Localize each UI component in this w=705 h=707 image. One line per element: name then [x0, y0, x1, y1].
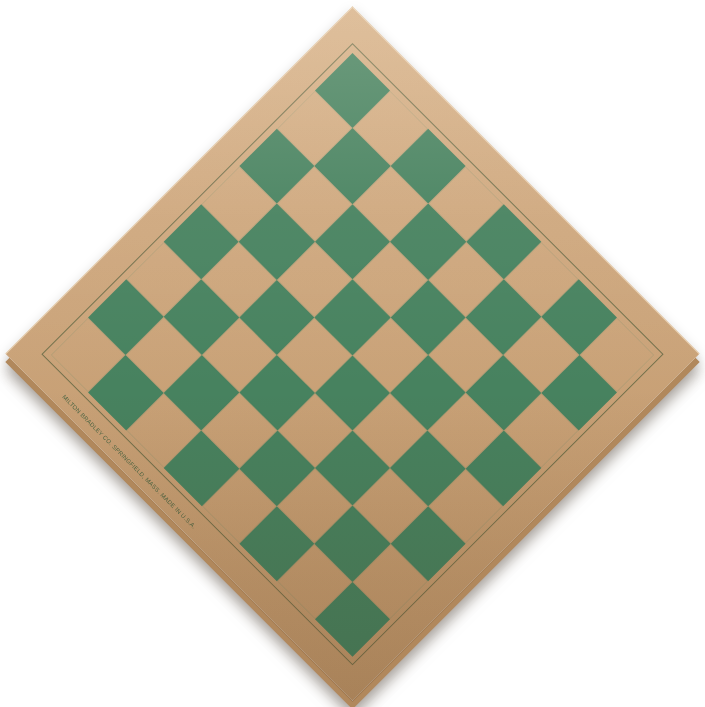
- board-photo: MILTON BRADLEY CO. SPRINGFIELD, MASS. MA…: [0, 0, 705, 707]
- playing-grid: [51, 53, 655, 657]
- chessboard: MILTON BRADLEY CO. SPRINGFIELD, MASS. MA…: [5, 6, 699, 700]
